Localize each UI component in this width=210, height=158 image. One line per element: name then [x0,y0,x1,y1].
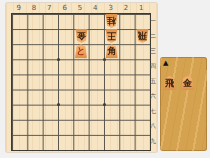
piece-sente-5三[interactable]: と [75,44,88,58]
piece-gote-1二[interactable]: 飛 [136,29,149,43]
rank-label-6: 六 [150,93,156,99]
hoshi-dot [57,58,60,61]
piece-gote-3二[interactable]: 王 [105,29,118,43]
rank-label-3: 三 [150,48,156,54]
piece-gote-3一[interactable]: 桂 [105,14,118,28]
file-label-8: 8 [32,4,36,12]
rank-label-9: 九 [150,138,156,144]
piece-sente-3三[interactable]: 角 [105,44,118,58]
komadai-sente: ▲ 飛金 [160,57,207,151]
sente-mark-icon: ▲ [163,59,168,67]
hand-piece-飛[interactable]: 飛 [163,76,176,90]
rank-label-7: 七 [150,108,156,114]
file-label-1: 1 [139,4,143,12]
file-label-9: 9 [16,4,20,12]
file-label-2: 2 [124,4,128,12]
piece-gote-5二[interactable]: 金 [75,29,88,43]
file-label-3: 3 [108,4,112,12]
hoshi-dot [57,103,60,106]
file-label-6: 6 [62,4,66,12]
rank-label-2: 二 [150,33,156,39]
hoshi-dot [103,58,106,61]
board-grid[interactable]: 桂金王飛と角 [11,13,151,151]
file-label-7: 7 [47,4,51,12]
hand-piece-金[interactable]: 金 [181,76,194,90]
rank-label-5: 五 [150,78,156,84]
rank-label-1: 一 [150,18,156,24]
file-label-5: 5 [78,4,82,12]
shogi-board: 桂金王飛と角 987654321一二三四五六七八九 [6,3,157,152]
hoshi-dot [103,103,106,106]
rank-label-4: 四 [150,63,156,69]
file-label-4: 4 [93,4,97,12]
sente-hand-pieces: 飛金 [163,76,204,90]
rank-label-8: 八 [150,123,156,129]
